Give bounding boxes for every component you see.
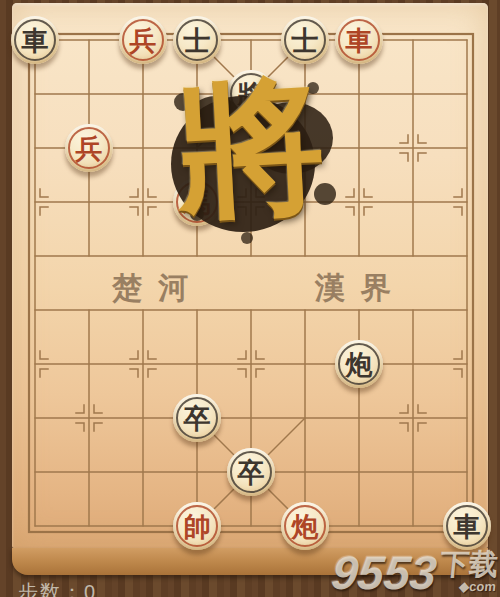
piece-character: 士 xyxy=(184,27,211,54)
piece-black-r8c4[interactable]: 卒 xyxy=(173,394,221,442)
piece-character: 士 xyxy=(292,27,319,54)
piece-character: 馬 xyxy=(184,189,211,216)
piece-red-r10c6[interactable]: 炮 xyxy=(281,502,329,550)
piece-red-r1c3[interactable]: 兵 xyxy=(119,16,167,64)
piece-character: 兵 xyxy=(76,135,103,162)
piece-black-r9c5[interactable]: 卒 xyxy=(227,448,275,496)
piece-character: 將 xyxy=(238,81,265,108)
xiangqi-app-screen: 楚河 漢界 車兵士士車將兵馬炮卒卒帥炮車 將 步数：0 9553 下载 ◆com xyxy=(0,0,500,597)
piece-character: 車 xyxy=(346,27,373,54)
piece-character: 炮 xyxy=(346,351,373,378)
site-watermark: 9553 下载 ◆com xyxy=(330,550,500,593)
piece-character: 炮 xyxy=(292,513,319,540)
piece-black-r1c6[interactable]: 士 xyxy=(281,16,329,64)
piece-character: 卒 xyxy=(238,459,265,486)
piece-black-r1c4[interactable]: 士 xyxy=(173,16,221,64)
piece-red-r1c7[interactable]: 車 xyxy=(335,16,383,64)
piece-red-r3c2[interactable]: 兵 xyxy=(65,124,113,172)
piece-red-r4c4[interactable]: 馬 xyxy=(173,178,221,226)
piece-red-r10c4[interactable]: 帥 xyxy=(173,502,221,550)
piece-black-r2c5[interactable]: 將 xyxy=(227,70,275,118)
piece-black-r1c1[interactable]: 車 xyxy=(11,16,59,64)
watermark-digits: 9553 xyxy=(330,553,439,593)
piece-black-r7c7[interactable]: 炮 xyxy=(335,340,383,388)
move-counter: 步数：0 xyxy=(18,579,97,597)
piece-character: 車 xyxy=(22,27,49,54)
pieces-layer: 車兵士士車將兵馬炮卒卒帥炮車 xyxy=(0,0,500,597)
watermark-com: ◆com xyxy=(459,580,497,593)
piece-character: 帥 xyxy=(184,513,211,540)
piece-black-r10c9[interactable]: 車 xyxy=(443,502,491,550)
piece-character: 兵 xyxy=(130,27,157,54)
piece-character: 卒 xyxy=(184,405,211,432)
piece-character: 車 xyxy=(454,513,481,540)
watermark-cn: 下载 xyxy=(439,550,500,579)
